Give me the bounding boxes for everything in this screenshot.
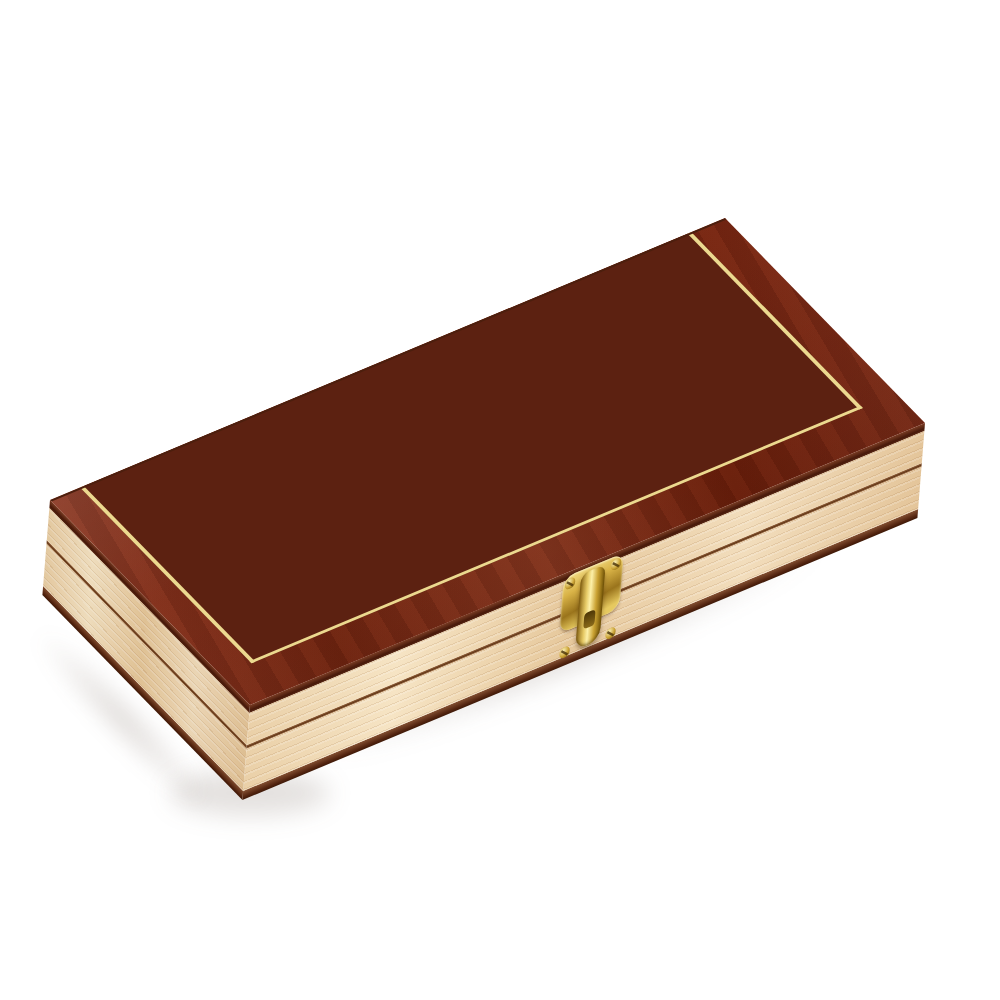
- chess-board-grid: [86, 234, 854, 657]
- latch-screw-icon: [559, 645, 570, 660]
- product-photo-scene: [0, 0, 1000, 1000]
- latch-screw-icon: [605, 625, 616, 640]
